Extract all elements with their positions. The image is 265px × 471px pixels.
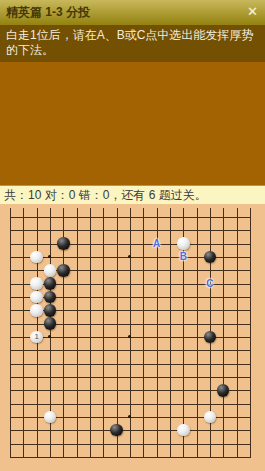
white-stone [177,237,190,250]
black-stone [204,251,217,264]
white-stone [204,411,217,424]
black-stone-D14 [43,277,56,290]
white-stone [30,277,43,290]
black-stone-R6 [217,384,230,397]
choice-label-b[interactable]: B [180,251,187,262]
content-spacer [0,62,265,185]
white-stone-C13 [30,290,43,303]
star-point-dot [128,415,131,418]
header-bar: 精英篇 1-3 分投 ✕ [0,0,265,25]
white-stone: 1 [30,331,43,344]
white-stone-C12 [30,304,43,317]
white-stone-O17 [177,237,190,250]
board-points: 1ABC [3,210,256,463]
black-stone-Q16 [203,250,216,263]
stats-bar: 共：10 对：0 错：0，还有 6 题过关。 [0,185,265,204]
white-stone [30,251,43,264]
black-stone [57,237,70,250]
app-window: 精英篇 1-3 分投 ✕ 白走1位后，请在A、B或C点中选出能发挥厚势的下法。 … [0,0,265,471]
white-stone [177,424,190,437]
star-point [123,250,136,263]
white-stone-Q4 [203,410,216,423]
white-stone [30,304,43,317]
black-stone-D11 [43,317,56,330]
black-stone [204,331,217,344]
white-stone-C10: 1 [30,330,43,343]
marker-a[interactable]: A [150,237,163,250]
star-point-dot [48,335,51,338]
black-stone [57,264,70,277]
white-stone-D15 [43,264,56,277]
star-point-dot [48,255,51,258]
black-stone [217,384,230,397]
marker-b[interactable]: B [177,250,190,263]
star-point [43,250,56,263]
white-stone-O3 [177,424,190,437]
black-stone-D13 [43,290,56,303]
choice-label-a[interactable]: A [153,238,160,249]
white-stone-D4 [43,410,56,423]
choice-label-c[interactable]: C [206,278,213,289]
star-point [123,410,136,423]
star-point [43,330,56,343]
black-stone [44,291,57,304]
white-stone [44,264,57,277]
instruction-panel: 白走1位后，请在A、B或C点中选出能发挥厚势的下法。 [0,25,265,62]
black-stone-Q10 [203,330,216,343]
white-stone [44,411,57,424]
black-stone [44,317,57,330]
black-stone-D12 [43,304,56,317]
black-stone [110,424,123,437]
go-board[interactable]: 1ABC [0,204,265,471]
star-point [123,330,136,343]
stats-text: 共：10 对：0 错：0，还有 6 题过关。 [4,187,207,204]
marker-c[interactable]: C [203,277,216,290]
black-stone-E15 [57,264,70,277]
star-point-dot [128,335,131,338]
close-icon[interactable]: ✕ [247,4,258,19]
white-stone [30,291,43,304]
black-stone [44,304,57,317]
star-point-dot [128,255,131,258]
white-stone-C16 [30,250,43,263]
move-number-label: 1 [34,333,38,341]
black-stone-J3 [110,424,123,437]
black-stone [44,277,57,290]
black-stone-E17 [57,237,70,250]
white-stone-C14 [30,277,43,290]
instruction-text: 白走1位后，请在A、B或C点中选出能发挥厚势的下法。 [6,28,253,57]
page-title: 精英篇 1-3 分投 [6,4,90,21]
